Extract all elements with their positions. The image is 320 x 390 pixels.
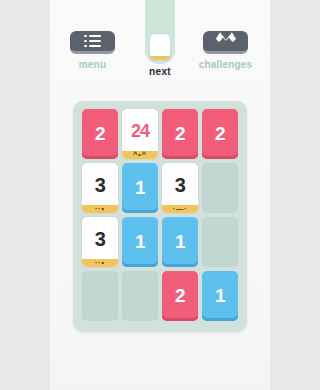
tile-value: 24 xyxy=(131,121,149,142)
next-card-strip xyxy=(145,0,175,64)
tile-2[interactable]: 2 xyxy=(202,109,238,159)
tile-value: 3 xyxy=(95,228,106,251)
tile-1[interactable]: 1 xyxy=(122,163,158,213)
tile-2[interactable]: 2 xyxy=(162,271,198,321)
tile-value: 3 xyxy=(95,174,106,197)
tile-value: 1 xyxy=(135,177,145,199)
tile-2[interactable]: 2 xyxy=(162,109,198,159)
flag-right-icon: ⚑ xyxy=(222,30,240,48)
tile-value: 1 xyxy=(215,285,225,307)
menu-label: menu xyxy=(60,59,125,70)
tile-3[interactable]: 3··• xyxy=(82,163,118,213)
phone-screen: next menu ⚑ ⚑ challenges 224^•^223··•13·… xyxy=(50,0,270,390)
tile-face: ^•^ xyxy=(122,151,158,159)
tile-value: 2 xyxy=(175,285,185,307)
board-cell-empty xyxy=(202,217,238,267)
menu-button[interactable] xyxy=(70,31,115,54)
menu-list-icon xyxy=(84,35,101,48)
tile-3[interactable]: 3·—· xyxy=(162,163,198,213)
tile-3[interactable]: 3··• xyxy=(82,217,118,267)
tile-face: ·—· xyxy=(162,205,198,213)
challenges-button[interactable]: ⚑ ⚑ xyxy=(203,31,248,54)
board-cell-empty xyxy=(82,271,118,321)
board[interactable]: 224^•^223··•13·—·3··•1121 xyxy=(73,101,247,332)
next-tile xyxy=(150,34,170,60)
tile-value: 2 xyxy=(175,123,185,145)
tile-face: ··• xyxy=(82,259,118,267)
tile-value: 1 xyxy=(175,231,185,253)
tile-face: ··• xyxy=(82,205,118,213)
tile-1[interactable]: 1 xyxy=(162,217,198,267)
tile-1[interactable]: 1 xyxy=(202,271,238,321)
tile-value: 2 xyxy=(95,123,105,145)
tile-value: 3 xyxy=(175,174,186,197)
tile-24[interactable]: 24^•^ xyxy=(122,109,158,159)
tile-2[interactable]: 2 xyxy=(82,109,118,159)
challenges-label: challenges xyxy=(193,59,258,70)
crossed-flags-icon: ⚑ ⚑ xyxy=(214,33,238,49)
tile-value: 2 xyxy=(215,123,225,145)
tile-value: 1 xyxy=(135,231,145,253)
board-cell-empty xyxy=(202,163,238,213)
board-cell-empty xyxy=(122,271,158,321)
tile-1[interactable]: 1 xyxy=(122,217,158,267)
next-label: next xyxy=(125,66,195,77)
